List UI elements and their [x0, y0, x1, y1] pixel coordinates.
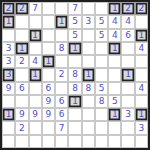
cell-r6c3[interactable]: 6	[42, 82, 55, 95]
cell-r9c6[interactable]	[82, 121, 95, 134]
cell-r2c0[interactable]	[2, 29, 15, 42]
cell-r4c0[interactable]: 3	[2, 55, 15, 68]
cell-r8c4[interactable]: 6	[55, 108, 68, 121]
cell-r1c10[interactable]	[135, 15, 148, 28]
cell-r2c3[interactable]	[42, 29, 55, 42]
cell-r8c9[interactable]: 3	[121, 108, 134, 121]
cell-r1c3[interactable]	[42, 15, 55, 28]
cell-r8c10-blocked[interactable]: 1	[135, 108, 148, 121]
cell-r9c7[interactable]	[95, 121, 108, 134]
cell-r1c7[interactable]: 5	[95, 15, 108, 28]
cell-r0c6[interactable]	[82, 2, 95, 15]
cell-r0c9-blocked[interactable]: 2	[121, 2, 134, 15]
cell-r9c5[interactable]	[68, 121, 81, 134]
cell-r0c5[interactable]: 7	[68, 2, 81, 15]
cell-r2c10-blocked[interactable]: 1	[135, 29, 148, 42]
cell-r3c2[interactable]	[29, 42, 42, 55]
cell-r6c9[interactable]	[121, 82, 134, 95]
cell-r3c6[interactable]	[82, 42, 95, 55]
cell-r6c10[interactable]: 4	[135, 82, 148, 95]
cell-r1c4-blocked[interactable]: 1	[55, 15, 68, 28]
cell-r10c3[interactable]	[42, 135, 55, 148]
cell-r6c2[interactable]	[29, 82, 42, 95]
puzzle-board: 2277122115354415546131811432413128119668…	[0, 0, 150, 150]
cell-r2c7[interactable]: 5	[95, 29, 108, 42]
cell-r1c1[interactable]	[15, 15, 28, 28]
cell-r4c7[interactable]	[95, 55, 108, 68]
cell-r9c2[interactable]	[29, 121, 42, 134]
cell-r2c4[interactable]	[55, 29, 68, 42]
cell-r5c3[interactable]	[42, 68, 55, 81]
cell-r10c0[interactable]	[2, 135, 15, 148]
cell-r8c8-blocked[interactable]: 1	[108, 108, 121, 121]
cell-r8c3[interactable]: 9	[42, 108, 55, 121]
cell-r10c10[interactable]	[135, 135, 148, 148]
cell-r1c6[interactable]: 3	[82, 15, 95, 28]
cell-r10c7[interactable]	[95, 135, 108, 148]
cell-r3c5-blocked[interactable]: 1	[68, 42, 81, 55]
cell-r9c3[interactable]	[42, 121, 55, 134]
cell-r2c2-blocked[interactable]: 1	[29, 29, 42, 42]
cell-r0c2[interactable]: 7	[29, 2, 42, 15]
cell-r5c4[interactable]: 2	[55, 68, 68, 81]
cell-r4c9[interactable]	[121, 55, 134, 68]
cell-r5c1[interactable]	[15, 68, 28, 81]
cell-r4c6[interactable]	[82, 55, 95, 68]
cell-r5c6-blocked[interactable]: 1	[82, 68, 95, 81]
cell-r3c3[interactable]	[42, 42, 55, 55]
cell-r8c5[interactable]	[68, 108, 81, 121]
cell-r5c9-blocked[interactable]: 1	[121, 68, 134, 81]
cell-r10c5[interactable]	[68, 135, 81, 148]
cell-r4c10[interactable]	[135, 55, 148, 68]
cell-r7c0[interactable]	[2, 95, 15, 108]
cell-r6c0[interactable]: 9	[2, 82, 15, 95]
cell-r0c10-blocked[interactable]: 2	[135, 2, 148, 15]
cell-r3c7[interactable]	[95, 42, 108, 55]
cell-r4c8[interactable]	[108, 55, 121, 68]
cell-r6c5[interactable]: 8	[68, 82, 81, 95]
cell-r1c0-blocked[interactable]: 1	[2, 15, 15, 28]
cell-r2c1[interactable]	[15, 29, 28, 42]
cell-r5c0-blocked[interactable]: 3	[2, 68, 15, 81]
cell-r5c2-blocked[interactable]: 1	[29, 68, 42, 81]
cell-r1c9[interactable]: 4	[121, 15, 134, 28]
cell-r9c4[interactable]: 7	[55, 121, 68, 134]
cell-r2c9[interactable]: 6	[121, 29, 134, 42]
cell-r7c3[interactable]: 9	[42, 95, 55, 108]
cell-r9c9[interactable]	[121, 121, 134, 134]
cell-r4c2[interactable]: 4	[29, 55, 42, 68]
cell-r5c10[interactable]	[135, 68, 148, 81]
cell-r4c1[interactable]: 2	[15, 55, 28, 68]
cell-r3c4[interactable]: 8	[55, 42, 68, 55]
cell-r3c8-blocked[interactable]: 1	[108, 42, 121, 55]
cell-r2c5[interactable]: 5	[68, 29, 81, 42]
cell-r10c2[interactable]	[29, 135, 42, 148]
cell-r2c8[interactable]: 4	[108, 29, 121, 42]
cell-r7c8[interactable]: 5	[108, 95, 121, 108]
cell-r0c0-blocked[interactable]: 2	[2, 2, 15, 15]
cell-r0c8-blocked[interactable]: 1	[108, 2, 121, 15]
cell-r1c8[interactable]: 4	[108, 15, 121, 28]
cell-r10c6[interactable]	[82, 135, 95, 148]
cell-r3c10[interactable]: 4	[135, 42, 148, 55]
cell-r7c9[interactable]	[121, 95, 134, 108]
cell-r9c0[interactable]	[2, 121, 15, 134]
cell-r4c3-blocked[interactable]: 1	[42, 55, 55, 68]
cell-r9c8[interactable]	[108, 121, 121, 134]
cell-r7c5-blocked[interactable]: 1	[68, 95, 81, 108]
cell-r8c7[interactable]	[95, 108, 108, 121]
cell-r8c0-blocked[interactable]: 1	[2, 108, 15, 121]
cell-r6c1[interactable]: 6	[15, 82, 28, 95]
cell-r10c1[interactable]	[15, 135, 28, 148]
cell-r7c6[interactable]	[82, 95, 95, 108]
cell-r3c9[interactable]	[121, 42, 134, 55]
cell-r7c10[interactable]	[135, 95, 148, 108]
cell-r7c4[interactable]: 6	[55, 95, 68, 108]
cell-r0c4[interactable]	[55, 2, 68, 15]
cell-r1c5[interactable]: 5	[68, 15, 81, 28]
cell-r7c1[interactable]	[15, 95, 28, 108]
cell-r2c6[interactable]	[82, 29, 95, 42]
cell-r6c8[interactable]	[108, 82, 121, 95]
cell-r8c1[interactable]: 9	[15, 108, 28, 121]
cell-r6c7[interactable]: 5	[95, 82, 108, 95]
cell-r5c5[interactable]: 8	[68, 68, 81, 81]
cell-r10c8[interactable]	[108, 135, 121, 148]
cell-r8c2[interactable]: 9	[29, 108, 42, 121]
cell-r5c7[interactable]	[95, 68, 108, 81]
cell-r5c8[interactable]	[108, 68, 121, 81]
cell-r6c6[interactable]: 8	[82, 82, 95, 95]
cell-r1c2[interactable]	[29, 15, 42, 28]
cell-r7c2[interactable]	[29, 95, 42, 108]
cell-r10c9[interactable]	[121, 135, 134, 148]
cell-r9c1[interactable]: 2	[15, 121, 28, 134]
cell-r10c4[interactable]	[55, 135, 68, 148]
cell-r9c10[interactable]: 3	[135, 121, 148, 134]
cell-r3c1-blocked[interactable]: 1	[15, 42, 28, 55]
cell-r7c7[interactable]: 8	[95, 95, 108, 108]
cell-r4c5[interactable]	[68, 55, 81, 68]
cell-r4c4[interactable]	[55, 55, 68, 68]
cell-r0c3[interactable]	[42, 2, 55, 15]
cell-r6c4[interactable]	[55, 82, 68, 95]
cell-r0c1-blocked[interactable]: 2	[15, 2, 28, 15]
cell-r8c6[interactable]	[82, 108, 95, 121]
cell-r3c0[interactable]: 3	[2, 42, 15, 55]
cell-r0c7[interactable]	[95, 2, 108, 15]
